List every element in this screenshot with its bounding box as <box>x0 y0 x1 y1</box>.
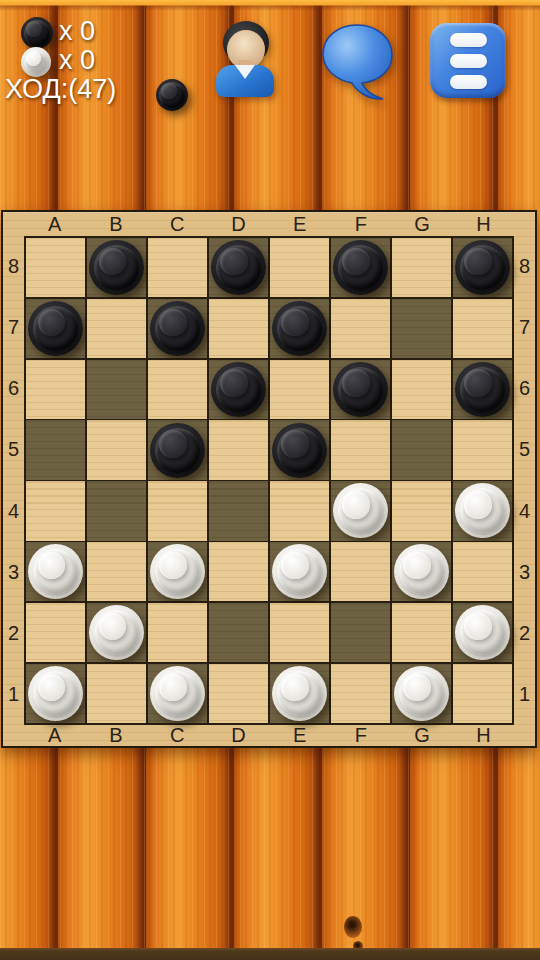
square-c5[interactable]: ⛂ <box>148 420 207 479</box>
white-man-a1[interactable]: ⛀ <box>28 666 83 721</box>
white-checker: ⛀ <box>272 544 327 599</box>
white-checker: ⛀ <box>150 544 205 599</box>
checkers-board: ABCDEFGH ABCDEFGH 87654321 87654321 ⛂⛂⛂⛂… <box>1 210 537 748</box>
rank-label-6: 6 <box>514 358 535 419</box>
rank-label-7: 7 <box>514 297 535 358</box>
move-counter-label: ХОД:(47) <box>5 74 116 104</box>
checkers-app-screen: ⛂ x 0 ⛀ x 0 ХОД:(47) ⛂ ABCDEFGH ABCDEFGH… <box>0 0 540 960</box>
white-checker: ⛀ <box>28 544 83 599</box>
square-g1[interactable]: ⛀ <box>392 664 451 723</box>
square-e6 <box>270 360 329 419</box>
black-checker: ⛂ <box>211 362 266 417</box>
file-label-g: G <box>392 725 453 745</box>
square-a7[interactable]: ⛂ <box>26 299 85 358</box>
black-checker: ⛂ <box>272 423 327 478</box>
black-checker: ⛂ <box>211 240 266 295</box>
square-c8 <box>148 238 207 297</box>
square-d6[interactable]: ⛂ <box>209 360 268 419</box>
square-c4 <box>148 481 207 540</box>
square-c2 <box>148 603 207 662</box>
square-d7 <box>209 299 268 358</box>
wood-knot <box>344 916 362 938</box>
black-man-e7[interactable]: ⛂ <box>272 301 327 356</box>
square-c3[interactable]: ⛀ <box>148 542 207 601</box>
black-checker: ⛂ <box>150 423 205 478</box>
rank-label-4: 4 <box>514 481 535 542</box>
rank-labels-left: 87654321 <box>3 236 24 725</box>
square-f3 <box>331 542 390 601</box>
square-a1[interactable]: ⛀ <box>26 664 85 723</box>
square-d2[interactable] <box>209 603 268 662</box>
black-man-c5[interactable]: ⛂ <box>150 423 205 478</box>
wood-bottom-edge <box>0 948 540 960</box>
square-b1 <box>87 664 146 723</box>
square-h3 <box>453 542 512 601</box>
black-man-d8[interactable]: ⛂ <box>211 240 266 295</box>
square-f4[interactable]: ⛀ <box>331 481 390 540</box>
black-checker: ⛂ <box>156 79 188 111</box>
square-b7 <box>87 299 146 358</box>
square-c1[interactable]: ⛀ <box>148 664 207 723</box>
file-label-a: A <box>24 725 85 745</box>
wood-top-edge <box>0 0 540 12</box>
square-h6[interactable]: ⛂ <box>453 360 512 419</box>
file-label-f: F <box>330 725 391 745</box>
black-checker: ⛂ <box>333 240 388 295</box>
square-d4[interactable] <box>209 481 268 540</box>
menu-pill-icon <box>450 33 487 47</box>
square-e3[interactable]: ⛀ <box>270 542 329 601</box>
square-d1 <box>209 664 268 723</box>
white-man-g1[interactable]: ⛀ <box>394 666 449 721</box>
white-checker: ⛀ <box>394 544 449 599</box>
white-captures-label: x 0 <box>59 45 95 75</box>
black-man-f8[interactable]: ⛂ <box>333 240 388 295</box>
file-label-c: C <box>147 725 208 745</box>
square-g6 <box>392 360 451 419</box>
file-labels-top: ABCDEFGH <box>24 212 514 236</box>
file-label-c: C <box>147 212 208 236</box>
rank-label-8: 8 <box>514 236 535 297</box>
square-g2 <box>392 603 451 662</box>
rank-label-1: 1 <box>514 664 535 725</box>
white-man-c1[interactable]: ⛀ <box>150 666 205 721</box>
square-g7[interactable] <box>392 299 451 358</box>
square-e8 <box>270 238 329 297</box>
square-h1 <box>453 664 512 723</box>
square-g5[interactable] <box>392 420 451 479</box>
white-checker: ⛀ <box>394 666 449 721</box>
avatar-collar-icon <box>235 65 255 79</box>
square-f2[interactable] <box>331 603 390 662</box>
square-e5[interactable]: ⛂ <box>270 420 329 479</box>
square-h8[interactable]: ⛂ <box>453 238 512 297</box>
white-man-c3[interactable]: ⛀ <box>150 544 205 599</box>
black-checker: ⛂ <box>333 362 388 417</box>
square-b6[interactable] <box>87 360 146 419</box>
white-checker: ⛀ <box>455 483 510 538</box>
square-b4[interactable] <box>87 481 146 540</box>
white-checker: ⛀ <box>21 47 51 77</box>
square-f8[interactable]: ⛂ <box>331 238 390 297</box>
file-label-d: D <box>208 725 269 745</box>
black-checker: ⛂ <box>89 240 144 295</box>
speech-bubble-icon <box>323 25 392 99</box>
black-man-a7[interactable]: ⛂ <box>28 301 83 356</box>
white-man-b2[interactable]: ⛀ <box>89 605 144 660</box>
square-a3[interactable]: ⛀ <box>26 542 85 601</box>
file-label-e: E <box>269 212 330 236</box>
black-man-h6[interactable]: ⛂ <box>455 362 510 417</box>
rank-label-6: 6 <box>3 358 24 419</box>
board-grid: ⛂⛂⛂⛂⛂⛂⛂⛂⛂⛂⛂⛂⛀⛀⛀⛀⛀⛀⛀⛀⛀⛀⛀⛀ <box>24 236 514 725</box>
file-labels-bottom: ABCDEFGH <box>24 725 514 745</box>
square-h2[interactable]: ⛀ <box>453 603 512 662</box>
white-man-h4[interactable]: ⛀ <box>455 483 510 538</box>
square-f6[interactable]: ⛂ <box>331 360 390 419</box>
square-a5[interactable] <box>26 420 85 479</box>
rank-label-7: 7 <box>3 297 24 358</box>
rank-label-3: 3 <box>514 542 535 603</box>
menu-pill-icon <box>450 75 487 89</box>
square-e1[interactable]: ⛀ <box>270 664 329 723</box>
white-man-f4[interactable]: ⛀ <box>333 483 388 538</box>
white-man-a3[interactable]: ⛀ <box>28 544 83 599</box>
square-f1 <box>331 664 390 723</box>
square-e2 <box>270 603 329 662</box>
square-c6 <box>148 360 207 419</box>
square-d3 <box>209 542 268 601</box>
square-b2[interactable]: ⛀ <box>87 603 146 662</box>
square-a6 <box>26 360 85 419</box>
black-checker: ⛂ <box>150 301 205 356</box>
square-g3[interactable]: ⛀ <box>392 542 451 601</box>
rank-label-5: 5 <box>514 419 535 480</box>
file-label-h: H <box>453 212 514 236</box>
square-a8 <box>26 238 85 297</box>
rank-label-3: 3 <box>3 542 24 603</box>
menu-pill-icon <box>450 54 487 68</box>
black-man-d6[interactable]: ⛂ <box>211 362 266 417</box>
black-man-e5[interactable]: ⛂ <box>272 423 327 478</box>
white-checker: ⛀ <box>333 483 388 538</box>
black-checker: ⛂ <box>455 362 510 417</box>
square-a2 <box>26 603 85 662</box>
square-h7 <box>453 299 512 358</box>
player-avatar-button[interactable] <box>214 20 276 98</box>
rank-label-4: 4 <box>3 481 24 542</box>
white-checker-icon: ⛀ <box>21 47 51 77</box>
menu-button[interactable] <box>430 23 506 98</box>
white-checker: ⛀ <box>150 666 205 721</box>
white-man-e1[interactable]: ⛀ <box>272 666 327 721</box>
square-c7[interactable]: ⛂ <box>148 299 207 358</box>
file-label-a: A <box>24 212 85 236</box>
black-checker: ⛂ <box>272 301 327 356</box>
square-b3 <box>87 542 146 601</box>
white-checker: ⛀ <box>89 605 144 660</box>
black-man-f6[interactable]: ⛂ <box>333 362 388 417</box>
square-a4 <box>26 481 85 540</box>
square-b8[interactable]: ⛂ <box>87 238 146 297</box>
white-man-h2[interactable]: ⛀ <box>455 605 510 660</box>
black-checker: ⛂ <box>28 301 83 356</box>
file-label-d: D <box>208 212 269 236</box>
file-label-g: G <box>392 212 453 236</box>
square-g8 <box>392 238 451 297</box>
black-man-c7[interactable]: ⛂ <box>150 301 205 356</box>
rank-label-2: 2 <box>3 603 24 664</box>
black-checker: ⛂ <box>21 17 53 49</box>
rank-label-1: 1 <box>3 664 24 725</box>
white-checker: ⛀ <box>28 666 83 721</box>
file-label-b: B <box>85 725 146 745</box>
rank-labels-right: 87654321 <box>514 236 535 725</box>
file-label-h: H <box>453 725 514 745</box>
square-h4[interactable]: ⛀ <box>453 481 512 540</box>
rank-label-2: 2 <box>514 603 535 664</box>
square-g4 <box>392 481 451 540</box>
chat-bubble-button[interactable] <box>320 22 398 102</box>
black-captures-label: x 0 <box>59 16 95 46</box>
square-h5 <box>453 420 512 479</box>
square-f5 <box>331 420 390 479</box>
side-to-move-indicator-icon: ⛂ <box>156 79 188 111</box>
square-e7[interactable]: ⛂ <box>270 299 329 358</box>
black-checker: ⛂ <box>455 240 510 295</box>
black-man-h8[interactable]: ⛂ <box>455 240 510 295</box>
white-checker: ⛀ <box>455 605 510 660</box>
white-man-e3[interactable]: ⛀ <box>272 544 327 599</box>
file-label-f: F <box>330 212 391 236</box>
black-man-b8[interactable]: ⛂ <box>89 240 144 295</box>
square-b5 <box>87 420 146 479</box>
square-d8[interactable]: ⛂ <box>209 238 268 297</box>
file-label-b: B <box>85 212 146 236</box>
rank-label-8: 8 <box>3 236 24 297</box>
rank-label-5: 5 <box>3 419 24 480</box>
black-checker-icon: ⛂ <box>21 17 53 49</box>
white-man-g3[interactable]: ⛀ <box>394 544 449 599</box>
white-checker: ⛀ <box>272 666 327 721</box>
square-e4 <box>270 481 329 540</box>
square-f7 <box>331 299 390 358</box>
square-d5 <box>209 420 268 479</box>
file-label-e: E <box>269 725 330 745</box>
